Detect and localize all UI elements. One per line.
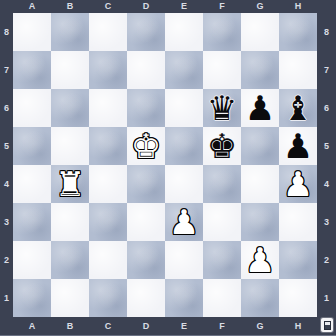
- piece-white-pawn[interactable]: ♟: [283, 165, 313, 203]
- file-label-f: F: [203, 0, 241, 13]
- rank-label-4: 4: [317, 165, 336, 203]
- file-label-f: F: [203, 317, 241, 335]
- square-g4[interactable]: [241, 165, 279, 203]
- square-h1[interactable]: [279, 279, 317, 317]
- square-a6[interactable]: [13, 89, 51, 127]
- file-labels-top: ABCDEFGH: [13, 0, 317, 13]
- square-h2[interactable]: [279, 241, 317, 279]
- square-g6[interactable]: ♟: [241, 89, 279, 127]
- chess-diagram: ABCDEFGH ABCDEFGH 87654321 87654321 ♛♟♝♚…: [0, 0, 336, 336]
- rank-label-8: 8: [317, 13, 336, 51]
- file-label-e: E: [165, 317, 203, 335]
- square-b8[interactable]: [51, 13, 89, 51]
- file-label-d: D: [127, 0, 165, 13]
- file-label-d: D: [127, 317, 165, 335]
- file-label-e: E: [165, 0, 203, 13]
- file-label-g: G: [241, 317, 279, 335]
- rank-label-7: 7: [0, 51, 13, 89]
- square-c6[interactable]: [89, 89, 127, 127]
- square-c7[interactable]: [89, 51, 127, 89]
- square-c3[interactable]: [89, 203, 127, 241]
- rank-label-2: 2: [0, 241, 13, 279]
- file-label-c: C: [89, 0, 127, 13]
- square-f1[interactable]: [203, 279, 241, 317]
- square-e1[interactable]: [165, 279, 203, 317]
- square-d7[interactable]: [127, 51, 165, 89]
- square-e5[interactable]: [165, 127, 203, 165]
- piece-black-pawn[interactable]: ♟: [245, 89, 275, 127]
- rank-label-4: 4: [0, 165, 13, 203]
- square-c8[interactable]: [89, 13, 127, 51]
- rank-label-7: 7: [317, 51, 336, 89]
- rank-label-3: 3: [0, 203, 13, 241]
- rank-labels-right: 87654321: [317, 13, 336, 317]
- square-b2[interactable]: [51, 241, 89, 279]
- square-a1[interactable]: [13, 279, 51, 317]
- chess-board: ♛♟♝♚♚♟♜♟♟♟: [13, 13, 317, 317]
- square-c4[interactable]: [89, 165, 127, 203]
- file-label-h: H: [279, 0, 317, 13]
- rank-label-3: 3: [317, 203, 336, 241]
- file-label-g: G: [241, 0, 279, 13]
- piece-black-pawn[interactable]: ♟: [283, 127, 313, 165]
- square-e2[interactable]: [165, 241, 203, 279]
- square-f3[interactable]: [203, 203, 241, 241]
- square-f2[interactable]: [203, 241, 241, 279]
- square-g3[interactable]: [241, 203, 279, 241]
- square-d6[interactable]: [127, 89, 165, 127]
- rank-label-6: 6: [0, 89, 13, 127]
- piece-white-king[interactable]: ♚: [131, 127, 161, 165]
- rank-labels-left: 87654321: [0, 13, 13, 317]
- file-labels-bottom: ABCDEFGH: [13, 317, 317, 335]
- rank-label-5: 5: [317, 127, 336, 165]
- square-h6[interactable]: ♝: [279, 89, 317, 127]
- square-h4[interactable]: ♟: [279, 165, 317, 203]
- square-h7[interactable]: [279, 51, 317, 89]
- square-g5[interactable]: [241, 127, 279, 165]
- piece-white-pawn[interactable]: ♟: [169, 203, 199, 241]
- square-b7[interactable]: [51, 51, 89, 89]
- rank-label-6: 6: [317, 89, 336, 127]
- rank-label-1: 1: [317, 279, 336, 317]
- mini-board-glyph: [324, 321, 331, 330]
- file-label-b: B: [51, 317, 89, 335]
- white-to-move-indicator-icon: [321, 318, 333, 332]
- square-h5[interactable]: ♟: [279, 127, 317, 165]
- piece-black-king[interactable]: ♚: [207, 127, 237, 165]
- square-a2[interactable]: [13, 241, 51, 279]
- square-c1[interactable]: [89, 279, 127, 317]
- square-c5[interactable]: [89, 127, 127, 165]
- square-g1[interactable]: [241, 279, 279, 317]
- file-label-h: H: [279, 317, 317, 335]
- square-h3[interactable]: [279, 203, 317, 241]
- square-e7[interactable]: [165, 51, 203, 89]
- rank-label-8: 8: [0, 13, 13, 51]
- square-b6[interactable]: [51, 89, 89, 127]
- piece-black-bishop[interactable]: ♝: [283, 89, 313, 127]
- file-label-b: B: [51, 0, 89, 13]
- file-label-a: A: [13, 317, 51, 335]
- square-d1[interactable]: [127, 279, 165, 317]
- rank-label-2: 2: [317, 241, 336, 279]
- square-a8[interactable]: [13, 13, 51, 51]
- square-e8[interactable]: [165, 13, 203, 51]
- square-f5[interactable]: ♚: [203, 127, 241, 165]
- square-h8[interactable]: [279, 13, 317, 51]
- square-d2[interactable]: [127, 241, 165, 279]
- square-c2[interactable]: [89, 241, 127, 279]
- square-g8[interactable]: [241, 13, 279, 51]
- square-g7[interactable]: [241, 51, 279, 89]
- rank-label-5: 5: [0, 127, 13, 165]
- square-a7[interactable]: [13, 51, 51, 89]
- rank-label-1: 1: [0, 279, 13, 317]
- square-f7[interactable]: [203, 51, 241, 89]
- piece-black-queen[interactable]: ♛: [207, 89, 237, 127]
- square-a5[interactable]: [13, 127, 51, 165]
- square-d3[interactable]: [127, 203, 165, 241]
- square-f6[interactable]: ♛: [203, 89, 241, 127]
- file-label-a: A: [13, 0, 51, 13]
- square-d5[interactable]: ♚: [127, 127, 165, 165]
- square-g2[interactable]: ♟: [241, 241, 279, 279]
- piece-white-pawn[interactable]: ♟: [245, 241, 275, 279]
- square-f4[interactable]: [203, 165, 241, 203]
- square-e3[interactable]: ♟: [165, 203, 203, 241]
- square-e6[interactable]: [165, 89, 203, 127]
- square-a4[interactable]: [13, 165, 51, 203]
- square-e4[interactable]: [165, 165, 203, 203]
- square-f8[interactable]: [203, 13, 241, 51]
- square-b1[interactable]: [51, 279, 89, 317]
- square-b3[interactable]: [51, 203, 89, 241]
- file-label-c: C: [89, 317, 127, 335]
- piece-white-rook[interactable]: ♜: [55, 165, 85, 203]
- square-d4[interactable]: [127, 165, 165, 203]
- square-d8[interactable]: [127, 13, 165, 51]
- square-a3[interactable]: [13, 203, 51, 241]
- square-b4[interactable]: ♜: [51, 165, 89, 203]
- square-b5[interactable]: [51, 127, 89, 165]
